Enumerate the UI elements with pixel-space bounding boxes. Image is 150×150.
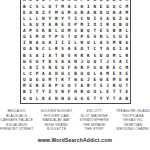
- site-url: www.WordSearchAddict.com: [0, 137, 150, 143]
- letter-grid: REOUTHQHAFELGQZCMBCSLOTMACHINEGQCMEADZFM…: [21, 0, 130, 102]
- word-list: BELLAGIOBLACKJACKCAESARS PALACEEXCALIBUR…: [0, 109, 150, 132]
- word-list-column: TREASURE ISLANDTROPICANAVEGAS VICVENETIA…: [116, 109, 150, 132]
- word-search-page: REOUTHQHAFELGQZCMBCSLOTMACHINEGQCMEADZFM…: [0, 0, 150, 150]
- word-list-item: FREMONT STREET: [0, 127, 33, 132]
- word-list-column: BELLAGIOBLACKJACKCAESARS PALACEEXCALIBUR…: [0, 109, 33, 132]
- grid-cell: B: [124, 96, 130, 102]
- word-list-item: THE STRIP: [85, 127, 104, 132]
- word-list-column: SIN CITYSLOT MACHINESTRATOSPHERETHE MIRA…: [79, 109, 108, 132]
- word-list-item: WEDDING CHAPEL: [116, 127, 149, 132]
- word-list-column: GOLDEN NUGGETHOOVER DAMMANDALAY BAYMGM G…: [40, 109, 72, 132]
- word-list-item: ROULETTE: [47, 127, 66, 132]
- word-search-grid: REOUTHQHAFELGQZCMBCSLOTMACHINEGQCMEADZFM…: [20, 0, 131, 104]
